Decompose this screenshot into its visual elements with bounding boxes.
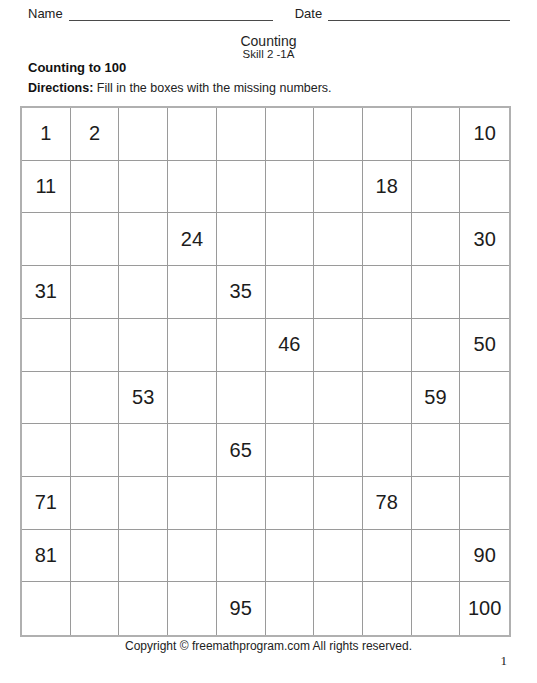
cell-r2-c5[interactable] <box>217 161 266 214</box>
worksheet-page: Name Date Counting Skill 2 -1A Counting … <box>0 0 537 683</box>
cell-r3-c4: 24 <box>168 213 217 266</box>
cell-r8-c10[interactable] <box>460 477 509 530</box>
cell-r6-c3: 53 <box>119 372 168 425</box>
cell-number: 78 <box>376 491 398 514</box>
date-label: Date <box>295 6 322 21</box>
cell-number: 30 <box>474 228 496 251</box>
cell-r10-c1[interactable] <box>22 582 71 635</box>
cell-r8-c8: 78 <box>363 477 412 530</box>
cell-r2-c1: 11 <box>22 161 71 214</box>
cell-r2-c9[interactable] <box>412 161 461 214</box>
cell-r8-c7[interactable] <box>314 477 363 530</box>
cell-r2-c10[interactable] <box>460 161 509 214</box>
cell-r10-c5: 95 <box>217 582 266 635</box>
cell-r3-c1[interactable] <box>22 213 71 266</box>
cell-r7-c2[interactable] <box>71 424 120 477</box>
cell-number: 53 <box>132 386 154 409</box>
cell-r7-c8[interactable] <box>363 424 412 477</box>
page-number: 1 <box>501 653 508 669</box>
cell-r4-c4[interactable] <box>168 266 217 319</box>
cell-r1-c4[interactable] <box>168 108 217 161</box>
cell-r6-c4[interactable] <box>168 372 217 425</box>
cell-r8-c9[interactable] <box>412 477 461 530</box>
cell-r5-c4[interactable] <box>168 319 217 372</box>
name-label: Name <box>28 6 63 21</box>
cell-r2-c4[interactable] <box>168 161 217 214</box>
cell-r6-c6[interactable] <box>266 372 315 425</box>
cell-number: 100 <box>468 597 501 620</box>
cell-number: 71 <box>35 491 57 514</box>
cell-number: 24 <box>181 228 203 251</box>
cell-r7-c5: 65 <box>217 424 266 477</box>
directions-text: Directions: Fill in the boxes with the m… <box>28 81 332 95</box>
cell-r7-c1[interactable] <box>22 424 71 477</box>
cell-r3-c9[interactable] <box>412 213 461 266</box>
cell-r10-c10: 100 <box>460 582 509 635</box>
cell-r5-c1[interactable] <box>22 319 71 372</box>
cell-r1-c6[interactable] <box>266 108 315 161</box>
cell-r7-c4[interactable] <box>168 424 217 477</box>
name-fill-in-line[interactable] <box>69 5 273 21</box>
cell-r8-c5[interactable] <box>217 477 266 530</box>
cell-r3-c8[interactable] <box>363 213 412 266</box>
cell-r9-c2[interactable] <box>71 530 120 583</box>
cell-r6-c2[interactable] <box>71 372 120 425</box>
cell-r4-c10[interactable] <box>460 266 509 319</box>
cell-r10-c9[interactable] <box>412 582 461 635</box>
date-fill-in-line[interactable] <box>328 5 510 21</box>
cell-r3-c7[interactable] <box>314 213 363 266</box>
cell-number: 81 <box>35 544 57 567</box>
cell-r10-c3[interactable] <box>119 582 168 635</box>
cell-r10-c6[interactable] <box>266 582 315 635</box>
cell-r9-c8[interactable] <box>363 530 412 583</box>
cell-r6-c5[interactable] <box>217 372 266 425</box>
cell-r9-c4[interactable] <box>168 530 217 583</box>
cell-r1-c9[interactable] <box>412 108 461 161</box>
cell-r4-c6[interactable] <box>266 266 315 319</box>
cell-r9-c7[interactable] <box>314 530 363 583</box>
skill-subtitle: Skill 2 -1A <box>0 48 537 60</box>
cell-r7-c3[interactable] <box>119 424 168 477</box>
page-title: Counting <box>0 33 537 49</box>
cell-r7-c10[interactable] <box>460 424 509 477</box>
cell-number: 18 <box>376 175 398 198</box>
cell-r5-c7[interactable] <box>314 319 363 372</box>
cell-r3-c3[interactable] <box>119 213 168 266</box>
cell-r5-c8[interactable] <box>363 319 412 372</box>
cell-r1-c2: 2 <box>71 108 120 161</box>
cell-number: 50 <box>474 333 496 356</box>
directions-label: Directions: <box>28 81 93 95</box>
cell-number: 11 <box>35 175 56 198</box>
cell-r1-c3[interactable] <box>119 108 168 161</box>
cell-r1-c5[interactable] <box>217 108 266 161</box>
cell-r5-c9[interactable] <box>412 319 461 372</box>
cell-number: 65 <box>230 439 252 462</box>
cell-number: 46 <box>278 333 300 356</box>
cell-number: 90 <box>474 544 496 567</box>
cell-r5-c10: 50 <box>460 319 509 372</box>
cell-r8-c2[interactable] <box>71 477 120 530</box>
cell-r8-c6[interactable] <box>266 477 315 530</box>
cell-r7-c7[interactable] <box>314 424 363 477</box>
cell-r8-c4[interactable] <box>168 477 217 530</box>
cell-number: 10 <box>474 122 496 145</box>
counting-grid: 121011182430313546505359657178819095100 <box>20 106 511 637</box>
cell-number: 31 <box>35 280 57 303</box>
directions-body: Fill in the boxes with the missing numbe… <box>93 81 331 95</box>
cell-r2-c2[interactable] <box>71 161 120 214</box>
cell-r4-c7[interactable] <box>314 266 363 319</box>
cell-r4-c3[interactable] <box>119 266 168 319</box>
copyright-text: Copyright © freemathprogram.com All righ… <box>0 639 537 653</box>
cell-r4-c9[interactable] <box>412 266 461 319</box>
cell-number: 1 <box>40 122 51 145</box>
cell-r6-c10[interactable] <box>460 372 509 425</box>
cell-r2-c3[interactable] <box>119 161 168 214</box>
cell-r3-c10: 30 <box>460 213 509 266</box>
cell-r3-c2[interactable] <box>71 213 120 266</box>
cell-r10-c8[interactable] <box>363 582 412 635</box>
cell-r3-c5[interactable] <box>217 213 266 266</box>
cell-r4-c5: 35 <box>217 266 266 319</box>
cell-r1-c8[interactable] <box>363 108 412 161</box>
cell-r9-c6[interactable] <box>266 530 315 583</box>
cell-r5-c2[interactable] <box>71 319 120 372</box>
cell-r4-c2[interactable] <box>71 266 120 319</box>
cell-r8-c3[interactable] <box>119 477 168 530</box>
cell-r5-c3[interactable] <box>119 319 168 372</box>
cell-number: 35 <box>230 280 252 303</box>
cell-r6-c8[interactable] <box>363 372 412 425</box>
cell-r9-c9[interactable] <box>412 530 461 583</box>
cell-r9-c1: 81 <box>22 530 71 583</box>
cell-r7-c6[interactable] <box>266 424 315 477</box>
cell-r10-c2[interactable] <box>71 582 120 635</box>
cell-r10-c4[interactable] <box>168 582 217 635</box>
cell-r7-c9[interactable] <box>412 424 461 477</box>
cell-r6-c7[interactable] <box>314 372 363 425</box>
cell-r4-c1: 31 <box>22 266 71 319</box>
cell-r6-c9: 59 <box>412 372 461 425</box>
cell-number: 2 <box>89 122 100 145</box>
cell-r9-c10: 90 <box>460 530 509 583</box>
cell-number: 59 <box>424 386 446 409</box>
cell-r1-c10: 10 <box>460 108 509 161</box>
section-title: Counting to 100 <box>28 60 126 75</box>
cell-r1-c7[interactable] <box>314 108 363 161</box>
cell-r10-c7[interactable] <box>314 582 363 635</box>
cell-r9-c5[interactable] <box>217 530 266 583</box>
cell-r5-c5[interactable] <box>217 319 266 372</box>
cell-r5-c6: 46 <box>266 319 315 372</box>
cell-r9-c3[interactable] <box>119 530 168 583</box>
cell-r2-c7[interactable] <box>314 161 363 214</box>
cell-r4-c8[interactable] <box>363 266 412 319</box>
cell-r2-c8: 18 <box>363 161 412 214</box>
cell-r6-c1[interactable] <box>22 372 71 425</box>
name-date-header: Name Date <box>28 5 510 21</box>
cell-r2-c6[interactable] <box>266 161 315 214</box>
cell-number: 95 <box>230 597 252 620</box>
cell-r3-c6[interactable] <box>266 213 315 266</box>
cell-r1-c1: 1 <box>22 108 71 161</box>
cell-r8-c1: 71 <box>22 477 71 530</box>
